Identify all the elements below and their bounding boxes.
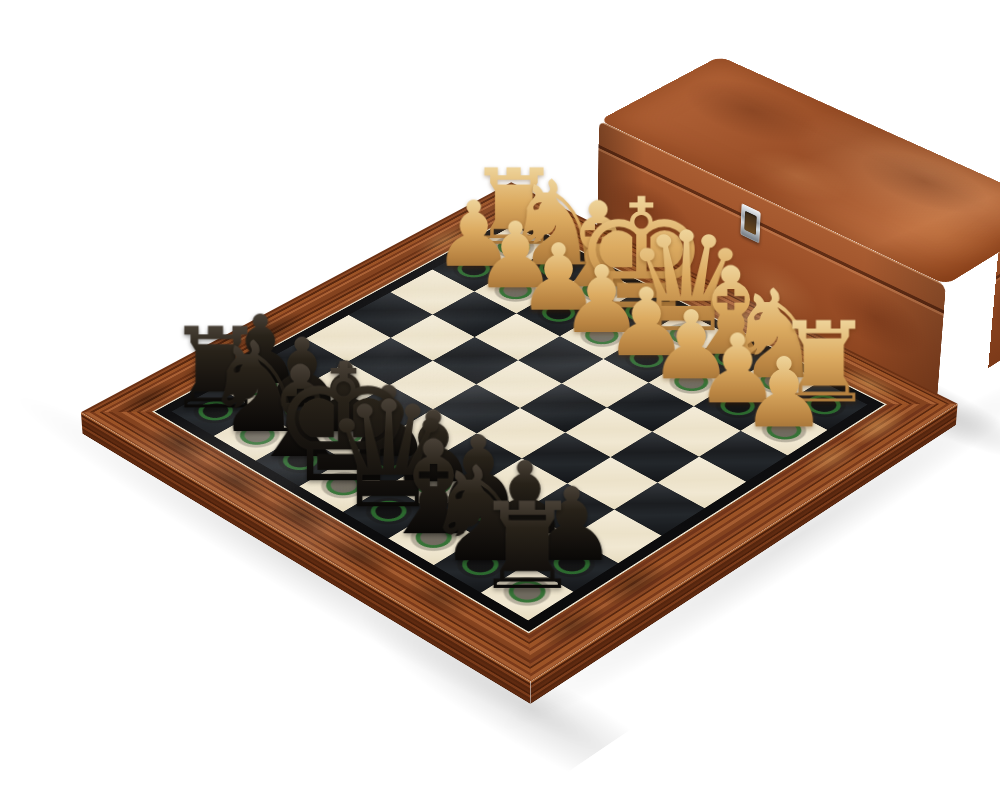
black-rook-a8[interactable]: ♜︎ (473, 486, 581, 606)
white-pawn-a2[interactable]: ♟︎ (741, 345, 828, 442)
scene: ♜︎♞︎♝︎♛︎♚︎♝︎♞︎♜︎♟︎♟︎♟︎♟︎♟︎♟︎♟︎♟︎♟︎♟︎♟︎♟︎… (0, 0, 1000, 800)
chess-set-assembly: ♜︎♞︎♝︎♛︎♚︎♝︎♞︎♜︎♟︎♟︎♟︎♟︎♟︎♟︎♟︎♟︎♟︎♟︎♟︎♟︎… (81, 182, 958, 681)
